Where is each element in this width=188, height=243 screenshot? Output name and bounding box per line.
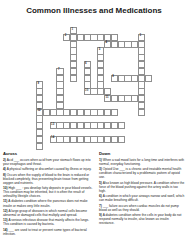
clue-item: 4) A physical suffering or discomfort ca… [3, 167, 94, 171]
clue-text: Acid ___ occurs when acid from your stom… [3, 158, 91, 166]
clue-text: A condition in which your airways narrow… [99, 194, 184, 202]
grid-cell[interactable] [118, 122, 125, 129]
across-header: Across [3, 151, 94, 156]
clue-text: ___ are used to treat or prevent some ty… [3, 228, 87, 236]
grid-cell[interactable] [118, 136, 125, 143]
cell-number: 14 [51, 136, 54, 139]
clue-item: 10) High ___ : you develop fatty deposit… [3, 186, 94, 198]
clue-text: When a sad mood lasts for a long time an… [99, 158, 184, 166]
clue-text: Occurs when the supply of blood to the b… [3, 173, 89, 185]
grid-cell[interactable] [145, 75, 152, 82]
clue-item: 3) Opioid Use ___ is a chronic and treat… [99, 167, 185, 179]
clue-text: Also known as high blood pressure. A con… [99, 181, 184, 193]
clue-item: 8) Occurs when the supply of blood to th… [3, 173, 94, 185]
clue-item: 5) Also known as high blood pressure. A … [99, 181, 185, 193]
clue-item: 12) A large group of diseases in which n… [3, 209, 94, 217]
clue-text: A serious infectious disease that mainly… [3, 218, 89, 226]
page-title: Common Illnesses and Medications [0, 6, 188, 15]
cell-number: 4 [106, 41, 108, 44]
cell-number: 1 [72, 28, 74, 31]
clue-item: 13) A serious infectious disease that ma… [3, 218, 94, 226]
down-header: Down [99, 151, 185, 156]
cell-number: 13 [51, 123, 54, 126]
cell-number: 6 [85, 62, 87, 65]
clue-text: Opioid Use ___ is a chronic and treatabl… [99, 167, 181, 179]
grid-cell[interactable] [70, 75, 77, 82]
grid-cell[interactable] [36, 143, 43, 150]
clue-item: 1) When a sad mood lasts for a long time… [99, 158, 185, 166]
clue-text: A diabetes condition where the cells in … [99, 213, 181, 225]
cell-number: 9 [38, 82, 40, 85]
crossword-grid: 1234567891011121314 [36, 27, 152, 150]
cell-number: 10 [85, 89, 88, 92]
cell-number: 7 [58, 68, 60, 71]
across-clues-list: 2) Acid ___ occurs when acid from your s… [3, 158, 94, 236]
down-clues-list: 1) When a sad mood lasts for a long time… [99, 158, 185, 225]
grid-cell[interactable] [138, 109, 145, 116]
clue-item: 11) A diabetes condition where the pancr… [3, 199, 94, 207]
cell-number: 8 [112, 75, 114, 78]
clue-text: A physical suffering or discomfort cause… [7, 167, 92, 171]
clue-item: 7) ___ failure occurs when cardiac muscl… [99, 204, 185, 212]
cell-number: 11 [106, 96, 109, 99]
clue-text: A diabetes condition where the pancreas … [3, 199, 88, 207]
clue-text: A large group of diseases in which norma… [3, 209, 87, 217]
clue-item: 14) ___ are used to treat or prevent som… [3, 228, 94, 236]
down-clues-column: Down 1) When a sad mood lasts for a long… [99, 151, 185, 226]
cell-number: 5 [99, 48, 101, 51]
clue-text: ___ failure occurs when cardiac muscles … [99, 204, 179, 212]
clue-item: 6) A condition in which your airways nar… [99, 194, 185, 202]
clue-text: High ___ : you develop fatty deposits in… [3, 186, 92, 198]
grid-cell[interactable] [111, 109, 118, 116]
clue-item: 2) Acid ___ occurs when acid from your s… [3, 158, 94, 166]
cell-number: 12 [38, 109, 41, 112]
cell-number: 2 [65, 34, 67, 37]
cell-number: 3 [140, 34, 142, 37]
clue-item: 9) A diabetes condition where the cells … [99, 213, 185, 225]
across-clues-column: Across 2) Acid ___ occurs when acid from… [3, 151, 94, 237]
